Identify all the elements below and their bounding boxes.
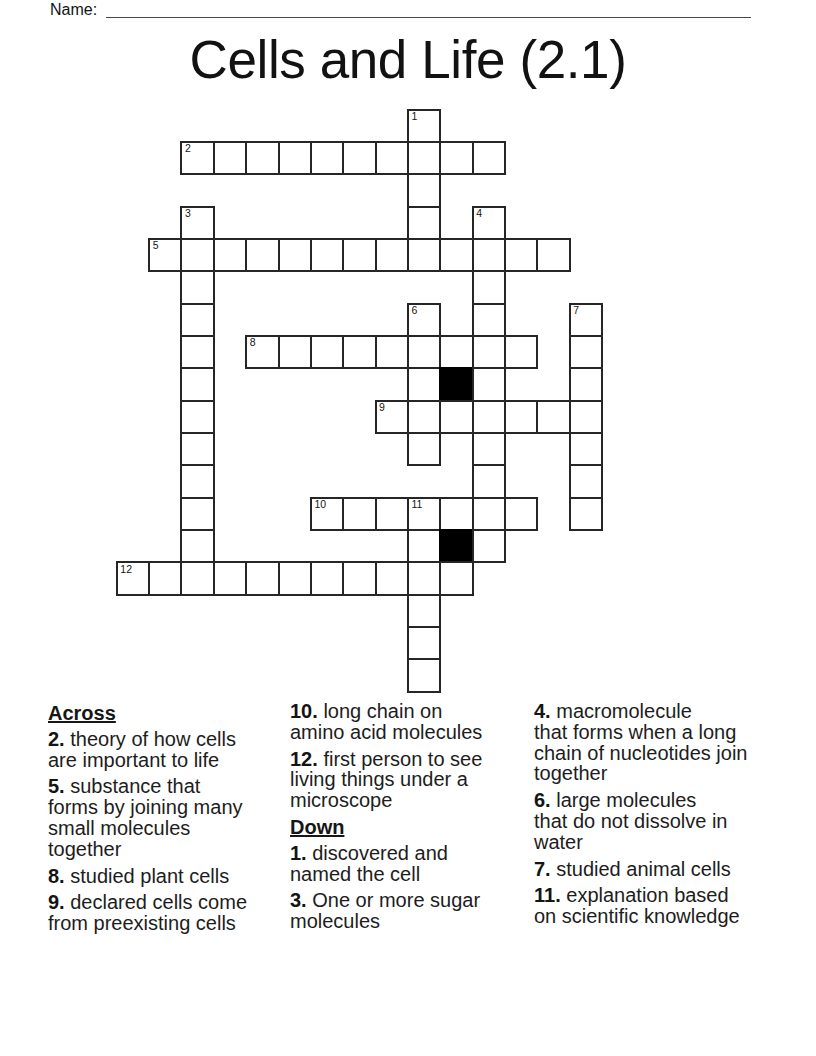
grid-cell[interactable] <box>180 561 214 595</box>
grid-cell[interactable] <box>245 141 279 175</box>
clue-3: 3. One or more sugar molecules <box>290 890 534 932</box>
grid-cell[interactable] <box>407 400 441 434</box>
black-cell <box>439 529 473 563</box>
clue-number: 7. <box>534 858 551 880</box>
grid-cell[interactable] <box>439 335 473 369</box>
clues-column-3: 4. macromolecule that forms when a long … <box>534 701 768 940</box>
clue-text: long chain on amino acid molecules <box>290 700 482 743</box>
grid-cell[interactable] <box>180 335 214 369</box>
grid-cell[interactable]: 12 <box>116 561 150 595</box>
clue-4: 4. macromolecule that forms when a long … <box>534 701 768 784</box>
grid-cell[interactable]: 5 <box>148 238 182 272</box>
grid-cell[interactable] <box>504 335 538 369</box>
clue-number: 6. <box>534 789 551 811</box>
cell-number: 1 <box>411 111 417 122</box>
clue-number: 10. <box>290 700 318 722</box>
grid-cell[interactable] <box>569 432 603 466</box>
grid-cell[interactable]: 7 <box>569 303 603 337</box>
clue-12: 12. first person to see living things un… <box>290 749 534 811</box>
grid-cell[interactable] <box>407 432 441 466</box>
grid-cell[interactable] <box>278 561 312 595</box>
grid-cell[interactable] <box>569 335 603 369</box>
grid-cell[interactable] <box>278 238 312 272</box>
grid-cell[interactable] <box>504 238 538 272</box>
grid-cell[interactable] <box>180 303 214 337</box>
name-blank-line[interactable] <box>106 3 751 18</box>
grid-cell[interactable]: 4 <box>472 206 506 240</box>
grid-cell[interactable] <box>439 141 473 175</box>
grid-cell[interactable] <box>472 270 506 304</box>
cell-number: 9 <box>379 402 385 413</box>
clues-section: Across2. theory of how cells are importa… <box>48 701 768 940</box>
grid-cell[interactable] <box>472 432 506 466</box>
grid-cell[interactable] <box>569 367 603 401</box>
cell-number: 2 <box>185 143 191 154</box>
grid-cell[interactable] <box>407 238 441 272</box>
clue-number: 11. <box>534 884 561 906</box>
grid-cell[interactable] <box>472 238 506 272</box>
cell-number: 10 <box>314 499 326 510</box>
clue-text: large molecules that do not dissolve in … <box>534 789 727 853</box>
clue-number: 4. <box>534 700 551 722</box>
clue-text: studied animal cells <box>556 858 731 880</box>
grid-cell[interactable] <box>439 400 473 434</box>
grid-cell[interactable] <box>472 464 506 498</box>
grid-cell[interactable] <box>180 529 214 563</box>
grid-cell[interactable] <box>213 561 247 595</box>
grid-cell[interactable]: 1 <box>407 109 441 143</box>
clue-text: theory of how cells are important to lif… <box>48 728 236 771</box>
grid-cell[interactable] <box>180 367 214 401</box>
clue-5: 5. substance that forms by joining many … <box>48 776 290 859</box>
grid-cell[interactable] <box>375 335 409 369</box>
grid-cell[interactable] <box>245 238 279 272</box>
grid-cell[interactable]: 10 <box>310 497 344 531</box>
clue-6: 6. large molecules that do not dissolve … <box>534 790 768 852</box>
grid-cell[interactable] <box>310 141 344 175</box>
grid-cell[interactable] <box>213 238 247 272</box>
grid-cell[interactable] <box>310 561 344 595</box>
grid-cell[interactable] <box>472 529 506 563</box>
clue-number: 9. <box>48 891 65 913</box>
grid-cell[interactable] <box>569 497 603 531</box>
grid-cell[interactable] <box>407 173 441 207</box>
grid-cell[interactable] <box>472 367 506 401</box>
grid-cell[interactable] <box>342 561 376 595</box>
clue-text: declared cells come from preexisting cel… <box>48 891 247 934</box>
black-cell <box>439 367 473 401</box>
clue-2: 2. theory of how cells are important to … <box>48 729 290 771</box>
grid-cell[interactable] <box>180 238 214 272</box>
grid-cell[interactable] <box>375 141 409 175</box>
grid-cell[interactable] <box>407 594 441 628</box>
grid-cell[interactable] <box>245 561 279 595</box>
clue-11: 11. explanation based on scientific know… <box>534 885 768 927</box>
grid-cell[interactable] <box>504 400 538 434</box>
clue-text: One or more sugar molecules <box>290 889 480 932</box>
crossword-grid[interactable]: 123456789101112 <box>116 109 604 695</box>
clue-text: discovered and named the cell <box>290 842 448 885</box>
grid-cell[interactable] <box>439 238 473 272</box>
grid-cell[interactable]: 3 <box>180 206 214 240</box>
clue-8: 8. studied plant cells <box>48 866 290 887</box>
clues-column-1: Across2. theory of how cells are importa… <box>48 701 290 940</box>
cell-number: 5 <box>153 240 159 251</box>
name-row: Name: <box>50 2 751 18</box>
clues-down-header: Down <box>290 817 534 838</box>
clue-10: 10. long chain on amino acid molecules <box>290 701 534 743</box>
clue-text: substance that forms by joining many sma… <box>48 775 243 859</box>
cell-number: 7 <box>573 305 579 316</box>
grid-cell[interactable] <box>278 141 312 175</box>
grid-cell[interactable] <box>342 141 376 175</box>
grid-cell[interactable] <box>407 658 441 692</box>
name-label: Name: <box>50 2 97 18</box>
cell-number: 12 <box>120 564 132 575</box>
grid-cell[interactable] <box>504 497 538 531</box>
grid-cell[interactable] <box>375 561 409 595</box>
grid-cell[interactable] <box>472 400 506 434</box>
grid-cell[interactable] <box>180 497 214 531</box>
clue-7: 7. studied animal cells <box>534 859 768 880</box>
grid-cell[interactable] <box>472 335 506 369</box>
grid-cell[interactable] <box>180 270 214 304</box>
cell-number: 3 <box>185 208 191 219</box>
grid-cell[interactable] <box>407 206 441 240</box>
grid-cell[interactable] <box>180 432 214 466</box>
grid-cell[interactable] <box>472 303 506 337</box>
grid-cell[interactable] <box>180 464 214 498</box>
worksheet-page: Name: Cells and Life (2.1) 1234567891011… <box>0 0 816 1056</box>
grid-cell[interactable] <box>342 497 376 531</box>
grid-cell[interactable] <box>407 626 441 660</box>
clue-text: first person to see living things under … <box>290 748 482 812</box>
clue-text: macromolecule that forms when a long cha… <box>534 700 747 784</box>
grid-cell[interactable] <box>310 335 344 369</box>
clue-9: 9. declared cells come from preexisting … <box>48 892 290 934</box>
grid-cell[interactable] <box>213 141 247 175</box>
clue-number: 12. <box>290 748 318 770</box>
grid-cell[interactable] <box>278 335 312 369</box>
grid-cell[interactable] <box>375 238 409 272</box>
grid-cell[interactable] <box>342 335 376 369</box>
clue-number: 8. <box>48 865 65 887</box>
grid-cell[interactable] <box>407 561 441 595</box>
grid-cell[interactable] <box>407 335 441 369</box>
clues-across-header: Across <box>48 703 290 724</box>
grid-cell[interactable]: 6 <box>407 303 441 337</box>
clue-number: 3. <box>290 889 307 911</box>
grid-cell[interactable] <box>439 497 473 531</box>
clue-text: explanation based on scientific knowledg… <box>534 884 740 927</box>
grid-cell[interactable] <box>407 529 441 563</box>
grid-cell[interactable]: 8 <box>245 335 279 369</box>
grid-cell[interactable] <box>375 497 409 531</box>
clue-number: 5. <box>48 775 65 797</box>
puzzle-title: Cells and Life (2.1) <box>0 29 816 91</box>
grid-cell[interactable] <box>439 561 473 595</box>
clue-number: 1. <box>290 842 307 864</box>
grid-cell[interactable]: 11 <box>407 497 441 531</box>
cell-number: 4 <box>476 208 482 219</box>
grid-cell[interactable]: 2 <box>180 141 214 175</box>
grid-cell[interactable] <box>407 367 441 401</box>
cell-number: 8 <box>250 337 256 348</box>
grid-cell[interactable] <box>407 141 441 175</box>
grid-cell[interactable] <box>180 400 214 434</box>
grid-cell[interactable] <box>536 400 570 434</box>
clue-number: 2. <box>48 728 65 750</box>
clues-column-2: 10. long chain on amino acid molecules12… <box>290 701 534 940</box>
cell-number: 6 <box>411 305 417 316</box>
grid-cell[interactable] <box>569 400 603 434</box>
grid-cell[interactable] <box>310 238 344 272</box>
grid-cell[interactable] <box>342 238 376 272</box>
grid-cell[interactable] <box>472 497 506 531</box>
clue-1: 1. discovered and named the cell <box>290 843 534 885</box>
grid-cell[interactable] <box>472 141 506 175</box>
grid-cell[interactable] <box>148 561 182 595</box>
grid-cell[interactable]: 9 <box>375 400 409 434</box>
grid-cell[interactable] <box>536 238 570 272</box>
cell-number: 11 <box>411 499 422 510</box>
clue-text: studied plant cells <box>70 865 229 887</box>
grid-cell[interactable] <box>569 464 603 498</box>
